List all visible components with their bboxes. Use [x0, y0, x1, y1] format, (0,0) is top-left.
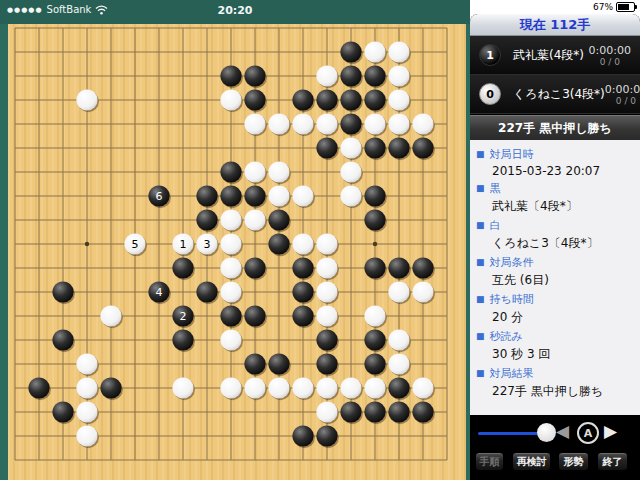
move-number-label: 4 [156, 286, 163, 299]
white-stone [364, 113, 385, 134]
info-value: 武礼葉〔4段*〕 [476, 198, 634, 215]
black-stone [172, 257, 193, 278]
info-value: 227手 黒中押し勝ち [476, 383, 634, 400]
white-stone [412, 281, 433, 302]
white-stone [292, 233, 313, 254]
white-stone [364, 305, 385, 326]
black-stone [268, 353, 289, 374]
black-stone [340, 89, 361, 110]
white-stone [244, 209, 265, 230]
black-stone [292, 305, 313, 326]
white-stone [388, 281, 409, 302]
white-stone [292, 113, 313, 134]
black-stone [364, 65, 385, 86]
black-stone [340, 113, 361, 134]
white-stone [220, 89, 241, 110]
black-stone [364, 209, 385, 230]
white-stone [220, 209, 241, 230]
white-stone [316, 233, 337, 254]
black-stone [244, 65, 265, 86]
black-stone [412, 401, 433, 422]
black-stone [364, 353, 385, 374]
black-stone [100, 377, 121, 398]
black-stone [292, 281, 313, 302]
white-stone [340, 161, 361, 182]
black-stone [244, 89, 265, 110]
black-stone [268, 233, 289, 254]
black-stone [364, 89, 385, 110]
black-stone [388, 137, 409, 158]
move-number-labels: 123456 [132, 190, 211, 323]
black-stone [412, 137, 433, 158]
black-stone [364, 137, 385, 158]
white-stone [100, 305, 121, 326]
black-stone [340, 65, 361, 86]
game-info-list: ■対局日時 2015-03-23 20:07 ■黒 武礼葉〔4段*〕 ■白 くろ… [470, 140, 640, 415]
black-stone [292, 89, 313, 110]
black-stone [316, 137, 337, 158]
white-stone [316, 65, 337, 86]
white-stone [268, 185, 289, 206]
black-stone [316, 89, 337, 110]
white-stone [340, 377, 361, 398]
black-stone [412, 257, 433, 278]
white-stone [76, 377, 97, 398]
black-stone [220, 161, 241, 182]
black-stone [340, 401, 361, 422]
info-value: 2015-03-23 20:07 [476, 164, 634, 178]
black-stone [196, 281, 217, 302]
white-stone [292, 185, 313, 206]
result-bar: 227手 黒中押し勝ち [470, 115, 640, 140]
move-number-label: 5 [132, 238, 139, 251]
black-player-name: 武礼葉(4段*) [513, 47, 584, 64]
black-stone [244, 305, 265, 326]
black-stone [268, 209, 289, 230]
white-stone [316, 377, 337, 398]
white-stone [76, 353, 97, 374]
white-stone [388, 113, 409, 134]
white-stone [268, 161, 289, 182]
game-header-block: 現在 112手 1 武礼葉(4段*) 0:00:00 0 / 0 0 くろねこ3… [470, 14, 640, 115]
black-stone [196, 185, 217, 206]
white-clock: 0:00:00 [605, 83, 640, 96]
move-number-label: 1 [180, 238, 187, 251]
white-stone [220, 329, 241, 350]
move-number-label: 6 [156, 190, 163, 203]
white-stone [340, 185, 361, 206]
black-stone [244, 353, 265, 374]
white-stone [220, 257, 241, 278]
go-board[interactable]: 123456 [0, 0, 470, 480]
white-stone [244, 377, 265, 398]
prev-move-button[interactable]: ◀ [556, 421, 569, 441]
playback-controls: ◀ A ▶ 手順 再検討 形勢 終了 [470, 415, 640, 480]
white-stone [220, 233, 241, 254]
black-stone [52, 281, 73, 302]
info-label: ■白 [476, 218, 634, 233]
black-stone [316, 353, 337, 374]
black-stone [364, 329, 385, 350]
auto-play-button[interactable]: A [577, 422, 599, 444]
white-stone [76, 89, 97, 110]
white-stone [220, 377, 241, 398]
white-stone [388, 41, 409, 62]
info-label: ■黒 [476, 181, 634, 196]
black-stone [244, 257, 265, 278]
player-row-black: 1 武礼葉(4段*) 0:00:00 0 / 0 [470, 36, 640, 75]
info-label: ■対局結果 [476, 366, 634, 381]
white-stone [292, 377, 313, 398]
black-captures-stone-icon: 1 [479, 44, 501, 66]
black-stone [388, 377, 409, 398]
info-panel: 67% 現在 112手 1 武礼葉(4段*) 0:00:00 0 / 0 0 く… [470, 0, 640, 480]
bullet-icon: ■ [476, 221, 485, 230]
saikento-button[interactable]: 再検討 [512, 452, 551, 471]
info-value: 20 分 [476, 309, 634, 326]
white-stone [316, 257, 337, 278]
battery-percent: 67% [593, 2, 613, 12]
info-label: ■秒読み [476, 329, 634, 344]
black-stone [292, 257, 313, 278]
white-stone [172, 377, 193, 398]
black-stone [316, 329, 337, 350]
black-stone [28, 377, 49, 398]
white-captures-stone-icon: 0 [479, 83, 501, 105]
black-stone [196, 209, 217, 230]
black-stone [388, 257, 409, 278]
white-stone [388, 329, 409, 350]
keisei-button[interactable]: 形勢 [558, 452, 589, 471]
black-stone [340, 41, 361, 62]
black-stone [316, 425, 337, 446]
black-stone [220, 305, 241, 326]
white-stone [244, 161, 265, 182]
move-slider-knob[interactable] [537, 423, 556, 442]
white-stone [340, 137, 361, 158]
shuryo-button[interactable]: 終了 [597, 452, 628, 471]
white-stone [76, 401, 97, 422]
move-number-label: 2 [180, 310, 187, 323]
status-bar: ●●●●● SoftBank 20:20 [0, 0, 470, 24]
info-label: ■対局条件 [476, 255, 634, 270]
white-stone [388, 65, 409, 86]
white-stone [268, 113, 289, 134]
white-stone [316, 113, 337, 134]
clock-time: 20:20 [0, 4, 470, 17]
bullet-icon: ■ [476, 295, 485, 304]
black-stone [220, 185, 241, 206]
status-bar-right: 67% [470, 0, 640, 14]
white-stone [412, 377, 433, 398]
black-stone [220, 65, 241, 86]
current-move-header: 現在 112手 [470, 14, 640, 36]
bullet-icon: ■ [476, 150, 485, 159]
black-stone [364, 185, 385, 206]
black-stone [292, 425, 313, 446]
bullet-icon: ■ [476, 184, 485, 193]
white-stone [316, 401, 337, 422]
black-clock: 0:00:00 [589, 44, 631, 57]
white-stone [364, 377, 385, 398]
white-stone [316, 281, 337, 302]
white-stone [316, 305, 337, 326]
black-periods: 0 / 0 [589, 57, 631, 67]
info-value: くろねこ3〔4段*〕 [476, 235, 634, 252]
white-stone [364, 41, 385, 62]
white-player-name: くろねこ3(4段*) [513, 86, 605, 103]
white-stone [244, 113, 265, 134]
black-stone [364, 257, 385, 278]
black-stone [388, 401, 409, 422]
black-stone [172, 329, 193, 350]
move-number-label: 3 [204, 238, 211, 251]
black-stone [52, 329, 73, 350]
info-label: ■持ち時間 [476, 292, 634, 307]
white-stone [268, 377, 289, 398]
app-screen: 123456 ●●●●● SoftBank 20:20 67% 現在 112手 [0, 0, 640, 480]
info-value: 互先 (6目) [476, 272, 634, 289]
white-stone [220, 281, 241, 302]
black-stone [244, 185, 265, 206]
board-area: 123456 ●●●●● SoftBank 20:20 [0, 0, 470, 480]
info-value: 30 秒 3 回 [476, 346, 634, 363]
white-periods: 0 / 0 [605, 96, 640, 106]
black-stone [52, 401, 73, 422]
bullet-icon: ■ [476, 332, 485, 341]
tejun-button[interactable]: 手順 [475, 452, 504, 471]
white-stone [388, 353, 409, 374]
info-label: ■対局日時 [476, 147, 634, 162]
next-move-button[interactable]: ▶ [604, 421, 617, 441]
white-stone [76, 425, 97, 446]
bullet-icon: ■ [476, 258, 485, 267]
white-stone [388, 89, 409, 110]
bullet-icon: ■ [476, 369, 485, 378]
player-row-white: 0 くろねこ3(4段*) 0:00:00 0 / 0 [470, 75, 640, 114]
white-stone [412, 113, 433, 134]
black-stone [364, 401, 385, 422]
battery-icon [616, 2, 635, 12]
